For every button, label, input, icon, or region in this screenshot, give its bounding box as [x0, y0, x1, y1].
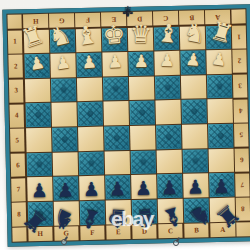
rank-label-left-1: 1	[8, 30, 23, 53]
square-e5	[104, 126, 130, 150]
rank-labels-right: 12345678	[232, 25, 250, 221]
piece-black-pawn-g7: ♟	[53, 177, 79, 201]
board-squares: ♜♞♝♚♛♝♞♜♟♟♟♟♟♟♟♟♟♟♟♟♟♟♟♟♜♞♝♚♛♝♞♜	[23, 25, 234, 226]
square-g1: ♞	[49, 29, 75, 53]
square-e1: ♚	[101, 28, 127, 52]
square-a7: ♟	[209, 173, 235, 197]
square-h7: ♟	[27, 177, 53, 201]
square-a1: ♜	[205, 25, 231, 49]
frame-corner-bottom-left	[12, 227, 26, 241]
piece-black-pawn-e7: ♟	[105, 176, 131, 200]
square-d4	[129, 101, 155, 125]
photo-background: HGFEDCBA 12345678 ♜♞♝♚♛♝♞♜♟♟♟♟♟♟♟♟♟♟♟♟♟♟…	[0, 0, 250, 250]
square-b6	[182, 149, 208, 173]
frame-corner-bottom-right	[236, 222, 250, 236]
file-label-top-g: G	[49, 13, 74, 28]
hinge-hook-right-icon	[173, 237, 181, 246]
square-h1: ♜	[23, 29, 49, 53]
square-c2: ♟	[154, 51, 180, 75]
square-h2: ♟	[24, 54, 50, 78]
square-e4	[103, 101, 129, 125]
square-d7: ♟	[131, 175, 157, 199]
square-f2: ♟	[76, 53, 102, 77]
rank-label-left-6: 6	[11, 153, 26, 176]
piece-white-pawn-b2: ♟	[179, 48, 206, 74]
piece-black-pawn-h7: ♟	[27, 178, 53, 202]
square-g4	[51, 103, 77, 127]
square-a4	[207, 99, 233, 123]
hinge-hook-left-icon	[61, 236, 69, 245]
rank-label-right-2: 2	[232, 50, 247, 73]
square-f6	[78, 151, 104, 175]
square-b1: ♞	[179, 26, 205, 50]
square-b3	[180, 75, 206, 99]
rank-label-right-3: 3	[233, 74, 248, 97]
piece-black-pawn-f7: ♟	[79, 177, 105, 201]
rank-label-left-3: 3	[9, 79, 24, 102]
square-e2: ♟	[102, 52, 128, 76]
square-g8: ♞	[53, 201, 79, 225]
square-c4	[155, 100, 181, 124]
square-b2: ♟	[180, 50, 206, 74]
square-f1: ♝	[75, 28, 101, 52]
square-f7: ♟	[79, 176, 105, 200]
square-a8: ♜	[209, 198, 235, 222]
square-c7: ♟	[157, 174, 183, 198]
square-d3	[128, 76, 154, 100]
file-label-top-c: C	[153, 11, 178, 26]
piece-black-pawn-c7: ♟	[157, 175, 183, 199]
metal-clasp-icon: ⚜	[121, 2, 134, 20]
frame-corner-top-left	[7, 14, 21, 28]
square-a3	[206, 74, 232, 98]
square-c1: ♝	[153, 26, 179, 50]
rank-label-left-7: 7	[11, 178, 26, 201]
square-d1: ♛	[127, 27, 153, 51]
piece-white-pawn-e2: ♟	[102, 50, 128, 75]
square-d5	[130, 125, 156, 149]
square-g2: ♟	[50, 53, 76, 77]
piece-black-pawn-a7: ♟	[209, 174, 235, 198]
rank-label-left-2: 2	[8, 55, 23, 78]
square-e7: ♟	[105, 175, 131, 199]
ebay-watermark: ebay	[95, 207, 169, 231]
square-g5	[52, 127, 78, 151]
square-b7: ♟	[183, 173, 209, 197]
file-label-bottom-b: B	[184, 223, 209, 238]
square-c5	[156, 125, 182, 149]
rank-label-right-8: 8	[236, 198, 250, 221]
file-label-top-b: B	[179, 10, 204, 25]
piece-white-pawn-f2: ♟	[75, 50, 102, 76]
square-b8: ♞	[183, 198, 209, 222]
square-f3	[76, 77, 102, 101]
piece-white-pawn-a2: ♟	[205, 47, 233, 74]
square-a2: ♟	[206, 50, 232, 74]
rank-label-left-5: 5	[10, 129, 25, 152]
square-e6	[104, 151, 130, 175]
square-a5	[207, 124, 233, 148]
rank-label-left-8: 8	[12, 203, 27, 226]
rank-label-right-6: 6	[235, 148, 250, 171]
square-b4	[181, 100, 207, 124]
square-d2: ♟	[128, 52, 154, 76]
rank-label-right-7: 7	[235, 173, 250, 196]
file-label-top-f: F	[75, 13, 100, 28]
rank-label-right-5: 5	[234, 124, 249, 147]
piece-white-pawn-h2: ♟	[22, 50, 51, 78]
square-c6	[156, 149, 182, 173]
piece-white-pawn-d2: ♟	[128, 50, 153, 74]
square-h8: ♜	[27, 202, 53, 226]
piece-black-pawn-b7: ♟	[183, 174, 209, 198]
frame-corner-top-right	[231, 9, 245, 23]
file-label-bottom-a: A	[210, 223, 235, 238]
square-g6	[52, 152, 78, 176]
square-e3	[102, 77, 128, 101]
rank-label-right-4: 4	[233, 99, 248, 122]
square-c3	[154, 76, 180, 100]
square-a6	[208, 148, 234, 172]
piece-white-pawn-c2: ♟	[154, 49, 180, 74]
square-f4	[77, 102, 103, 126]
square-g7: ♟	[53, 176, 79, 200]
file-label-top-a: A	[205, 10, 230, 25]
square-f5	[78, 127, 104, 151]
square-g3	[50, 78, 76, 102]
piece-black-pawn-d7: ♟	[131, 176, 157, 200]
rank-label-left-4: 4	[9, 104, 24, 127]
file-label-top-h: H	[23, 14, 48, 29]
square-h5	[26, 128, 52, 152]
square-h3	[24, 79, 50, 103]
square-b5	[181, 124, 207, 148]
file-label-bottom-h: H	[28, 227, 53, 242]
square-h4	[25, 103, 51, 127]
piece-white-pawn-g2: ♟	[49, 50, 77, 77]
square-d6	[130, 150, 156, 174]
rank-label-right-1: 1	[232, 25, 247, 48]
square-h6	[26, 152, 52, 176]
